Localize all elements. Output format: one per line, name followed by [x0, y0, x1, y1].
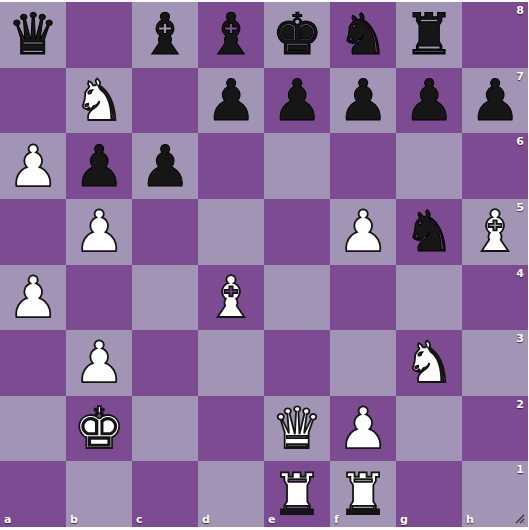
square-h6[interactable]: 6	[462, 133, 528, 199]
square-h2[interactable]: 2	[462, 396, 528, 462]
square-a6[interactable]: ♟	[0, 133, 66, 199]
square-b4[interactable]	[66, 265, 132, 331]
piece-black-pawn[interactable]: ♟	[469, 72, 520, 129]
piece-white-rook[interactable]: ♜	[337, 466, 388, 523]
piece-black-bishop[interactable]: ♝	[139, 6, 190, 63]
square-c1[interactable]: c	[132, 461, 198, 527]
square-a8[interactable]: ♛	[0, 2, 66, 68]
file-label-g: g	[400, 513, 408, 526]
square-c2[interactable]	[132, 396, 198, 462]
file-label-h: h	[466, 513, 474, 526]
piece-white-knight[interactable]: ♞	[403, 334, 454, 391]
square-e5[interactable]	[264, 199, 330, 265]
square-d1[interactable]: d	[198, 461, 264, 527]
square-e3[interactable]	[264, 330, 330, 396]
piece-black-rook[interactable]: ♜	[403, 6, 454, 63]
square-a4[interactable]: ♟	[0, 265, 66, 331]
square-h4[interactable]: 4	[462, 265, 528, 331]
piece-black-king[interactable]: ♚	[271, 6, 322, 63]
square-a3[interactable]	[0, 330, 66, 396]
square-e6[interactable]	[264, 133, 330, 199]
square-g8[interactable]: ♜	[396, 2, 462, 68]
square-f6[interactable]	[330, 133, 396, 199]
square-h5[interactable]: ♝5	[462, 199, 528, 265]
square-b3[interactable]: ♟	[66, 330, 132, 396]
rank-label-4: 4	[516, 267, 524, 280]
file-label-b: b	[70, 513, 78, 526]
square-g6[interactable]	[396, 133, 462, 199]
piece-black-pawn[interactable]: ♟	[205, 72, 256, 129]
square-b6[interactable]: ♟	[66, 133, 132, 199]
square-e8[interactable]: ♚	[264, 2, 330, 68]
square-g3[interactable]: ♞	[396, 330, 462, 396]
piece-white-pawn[interactable]: ♟	[7, 138, 58, 195]
square-f4[interactable]	[330, 265, 396, 331]
piece-white-queen[interactable]: ♛	[271, 400, 322, 457]
square-e2[interactable]: ♛	[264, 396, 330, 462]
piece-black-bishop[interactable]: ♝	[205, 6, 256, 63]
piece-black-pawn[interactable]: ♟	[337, 72, 388, 129]
rank-label-5: 5	[516, 201, 524, 214]
rank-label-3: 3	[516, 332, 524, 345]
square-c3[interactable]	[132, 330, 198, 396]
piece-black-knight[interactable]: ♞	[337, 6, 388, 63]
rank-label-2: 2	[516, 398, 524, 411]
file-label-d: d	[202, 513, 210, 526]
square-b2[interactable]: ♚	[66, 396, 132, 462]
square-f3[interactable]	[330, 330, 396, 396]
square-g1[interactable]: g	[396, 461, 462, 527]
square-c6[interactable]: ♟	[132, 133, 198, 199]
piece-black-pawn[interactable]: ♟	[271, 72, 322, 129]
square-h1[interactable]: 1h	[462, 461, 528, 527]
square-d4[interactable]: ♝	[198, 265, 264, 331]
piece-white-pawn[interactable]: ♟	[7, 269, 58, 326]
square-f2[interactable]: ♟	[330, 396, 396, 462]
square-b7[interactable]: ♞	[66, 68, 132, 134]
piece-white-bishop[interactable]: ♝	[469, 203, 520, 260]
piece-white-pawn[interactable]: ♟	[337, 400, 388, 457]
square-a5[interactable]	[0, 199, 66, 265]
square-c4[interactable]	[132, 265, 198, 331]
rank-label-8: 8	[516, 4, 524, 17]
square-g2[interactable]	[396, 396, 462, 462]
piece-black-pawn[interactable]: ♟	[73, 138, 124, 195]
square-g4[interactable]	[396, 265, 462, 331]
square-d5[interactable]	[198, 199, 264, 265]
piece-white-pawn[interactable]: ♟	[337, 203, 388, 260]
square-c7[interactable]	[132, 68, 198, 134]
square-a2[interactable]	[0, 396, 66, 462]
piece-white-rook[interactable]: ♜	[271, 466, 322, 523]
file-label-e: e	[268, 513, 275, 526]
square-c5[interactable]	[132, 199, 198, 265]
chess-board: ♛♝♝♚♞♜8♞♟♟♟♟♟7♟♟♟6♟♟♞♝5♟♝4♟♞3♚♛♟2abcd♜e♜…	[0, 2, 528, 527]
square-d3[interactable]	[198, 330, 264, 396]
square-f1[interactable]: ♜f	[330, 461, 396, 527]
square-g7[interactable]: ♟	[396, 68, 462, 134]
rank-label-6: 6	[516, 135, 524, 148]
square-f8[interactable]: ♞	[330, 2, 396, 68]
square-a1[interactable]: a	[0, 461, 66, 527]
file-label-f: f	[334, 513, 339, 526]
file-label-c: c	[136, 513, 143, 526]
piece-black-pawn[interactable]: ♟	[403, 72, 454, 129]
square-e4[interactable]	[264, 265, 330, 331]
square-d7[interactable]: ♟	[198, 68, 264, 134]
square-d8[interactable]: ♝	[198, 2, 264, 68]
piece-white-bishop[interactable]: ♝	[205, 269, 256, 326]
piece-white-king[interactable]: ♚	[73, 400, 124, 457]
piece-black-queen[interactable]: ♛	[7, 6, 58, 63]
square-h3[interactable]: 3	[462, 330, 528, 396]
file-label-a: a	[4, 513, 11, 526]
square-a7[interactable]	[0, 68, 66, 134]
square-f7[interactable]: ♟	[330, 68, 396, 134]
square-h7[interactable]: ♟7	[462, 68, 528, 134]
square-d6[interactable]	[198, 133, 264, 199]
rank-label-7: 7	[516, 70, 524, 83]
square-b1[interactable]: b	[66, 461, 132, 527]
piece-white-pawn[interactable]: ♟	[73, 334, 124, 391]
square-h8[interactable]: 8	[462, 2, 528, 68]
piece-white-pawn[interactable]: ♟	[73, 203, 124, 260]
square-f5[interactable]: ♟	[330, 199, 396, 265]
board-resize-handle[interactable]	[512, 511, 525, 524]
piece-black-knight[interactable]: ♞	[403, 203, 454, 260]
square-e1[interactable]: ♜e	[264, 461, 330, 527]
square-b5[interactable]: ♟	[66, 199, 132, 265]
square-c8[interactable]: ♝	[132, 2, 198, 68]
square-g5[interactable]: ♞	[396, 199, 462, 265]
piece-black-pawn[interactable]: ♟	[139, 138, 190, 195]
piece-white-knight[interactable]: ♞	[73, 72, 124, 129]
square-b8[interactable]	[66, 2, 132, 68]
square-d2[interactable]	[198, 396, 264, 462]
square-e7[interactable]: ♟	[264, 68, 330, 134]
rank-label-1: 1	[516, 463, 524, 476]
diagonal-resize-grip-icon	[512, 511, 525, 524]
